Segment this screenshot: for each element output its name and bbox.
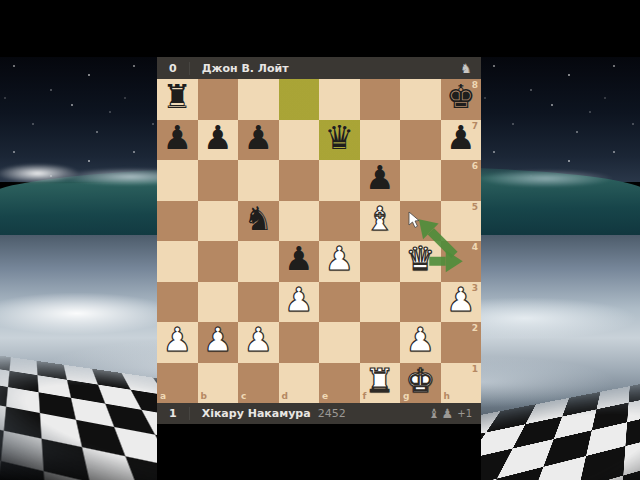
coord-file-h: h [444,392,450,401]
chess-board[interactable]: ♜8♚♟♟♟♛7♟♟6♞♝5♟♟♛4♟3♟♟♟♟♟2abcdef♜g♚h1 [157,79,481,403]
coord-file-b: b [201,392,207,401]
coord-file-a: a [160,392,166,401]
square-g7[interactable] [400,120,441,161]
material-advantage: +1 [455,409,472,419]
square-c8[interactable] [238,79,279,120]
square-c7[interactable]: ♟ [238,120,279,161]
piece-black-pawn-h7[interactable]: ♟ [441,118,482,159]
coord-rank-1: 1 [472,365,478,374]
piece-black-queen-e7[interactable]: ♛ [319,118,360,159]
top-player-name: Джон В. Лойт [190,62,289,75]
square-a7[interactable]: ♟ [157,120,198,161]
square-c1[interactable]: c [238,363,279,404]
square-b2[interactable]: ♟ [198,322,239,363]
square-e5[interactable] [319,201,360,242]
square-h3[interactable]: 3♟ [441,282,482,323]
piece-white-pawn-c2[interactable]: ♟ [238,320,279,361]
square-d4[interactable]: ♟ [279,241,320,282]
square-g8[interactable] [400,79,441,120]
square-e1[interactable]: e [319,363,360,404]
square-e8[interactable] [319,79,360,120]
bottom-player-score: 1 [157,407,190,420]
coord-rank-2: 2 [472,324,478,333]
bottom-material-icons: ♝♟+1 [428,407,481,420]
square-f1[interactable]: f♜ [360,363,401,404]
square-c6[interactable] [238,160,279,201]
square-d7[interactable] [279,120,320,161]
piece-white-king-g1[interactable]: ♚ [400,361,441,402]
top-player-score: 0 [157,62,190,75]
square-h8[interactable]: 8♚ [441,79,482,120]
piece-black-pawn-d4[interactable]: ♟ [279,239,320,280]
square-g3[interactable] [400,282,441,323]
bottom-player-name: Хікару Накамура [190,407,311,420]
square-g2[interactable]: ♟ [400,322,441,363]
square-f8[interactable] [360,79,401,120]
coord-rank-6: 6 [472,162,478,171]
piece-white-pawn-e4[interactable]: ♟ [319,239,360,280]
piece-white-queen-g4[interactable]: ♛ [400,239,441,280]
square-e7[interactable]: ♛ [319,120,360,161]
square-a5[interactable] [157,201,198,242]
square-b3[interactable] [198,282,239,323]
piece-black-pawn-f6[interactable]: ♟ [360,158,401,199]
square-b6[interactable] [198,160,239,201]
piece-black-rook-a8[interactable]: ♜ [157,77,198,118]
bottom-player-rating: 2452 [311,407,346,420]
square-a8[interactable]: ♜ [157,79,198,120]
square-d8[interactable] [279,79,320,120]
bottom-player-bar: 1 Хікару Накамура 2452 ♝♟+1 [157,403,481,424]
coord-rank-5: 5 [472,203,478,212]
square-c2[interactable]: ♟ [238,322,279,363]
piece-white-pawn-b2[interactable]: ♟ [198,320,239,361]
square-f4[interactable] [360,241,401,282]
square-h2[interactable]: 2 [441,322,482,363]
square-f2[interactable] [360,322,401,363]
square-d3[interactable]: ♟ [279,282,320,323]
square-c4[interactable] [238,241,279,282]
square-e2[interactable] [319,322,360,363]
square-f3[interactable] [360,282,401,323]
square-e6[interactable] [319,160,360,201]
square-d5[interactable] [279,201,320,242]
piece-white-pawn-h3[interactable]: ♟ [441,280,482,321]
square-d1[interactable]: d [279,363,320,404]
piece-white-bishop-f5[interactable]: ♝ [360,199,401,240]
piece-black-pawn-a7[interactable]: ♟ [157,118,198,159]
captured-bishop-icon: ♝ [428,407,440,420]
square-b5[interactable] [198,201,239,242]
square-f7[interactable] [360,120,401,161]
square-g1[interactable]: g♚ [400,363,441,404]
square-a6[interactable] [157,160,198,201]
piece-white-pawn-a2[interactable]: ♟ [157,320,198,361]
square-b4[interactable] [198,241,239,282]
coord-file-d: d [282,392,288,401]
square-g5[interactable] [400,201,441,242]
square-b8[interactable] [198,79,239,120]
piece-white-rook-f1[interactable]: ♜ [360,361,401,402]
square-a1[interactable]: a [157,363,198,404]
square-c3[interactable] [238,282,279,323]
captured-knight-icon: ♞ [460,62,472,75]
top-material-icons: ♞ [460,62,481,75]
square-a3[interactable] [157,282,198,323]
square-a4[interactable] [157,241,198,282]
top-player-bar: 0 Джон В. Лойт ♞ [157,57,481,79]
square-f6[interactable]: ♟ [360,160,401,201]
game-panel: 0 Джон В. Лойт ♞ ♜8♚♟♟♟♛7♟♟6♞♝5♟♟♛4♟3♟♟♟… [157,0,481,480]
coord-rank-4: 4 [472,243,478,252]
square-a2[interactable]: ♟ [157,322,198,363]
piece-white-pawn-g2[interactable]: ♟ [400,320,441,361]
square-h5[interactable]: 5 [441,201,482,242]
square-g6[interactable] [400,160,441,201]
square-g4[interactable]: ♛ [400,241,441,282]
piece-black-pawn-b7[interactable]: ♟ [198,118,239,159]
square-d2[interactable] [279,322,320,363]
square-b7[interactable]: ♟ [198,120,239,161]
resize-handle-icon[interactable] [470,392,480,402]
coord-file-e: e [322,392,328,401]
square-c5[interactable]: ♞ [238,201,279,242]
piece-black-knight-c5[interactable]: ♞ [238,199,279,240]
square-h7[interactable]: 7♟ [441,120,482,161]
square-h6[interactable]: 6 [441,160,482,201]
square-h4[interactable]: 4 [441,241,482,282]
coord-file-c: c [241,392,246,401]
square-b1[interactable]: b [198,363,239,404]
piece-white-pawn-d3[interactable]: ♟ [279,280,320,321]
square-e4[interactable]: ♟ [319,241,360,282]
square-e3[interactable] [319,282,360,323]
square-d6[interactable] [279,160,320,201]
piece-black-pawn-c7[interactable]: ♟ [238,118,279,159]
captured-pawn-icon: ♟ [442,407,454,420]
piece-black-king-h8[interactable]: ♚ [441,77,482,118]
square-f5[interactable]: ♝ [360,201,401,242]
